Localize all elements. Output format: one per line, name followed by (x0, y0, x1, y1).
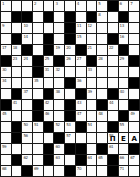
grid-cell[interactable]: 23 (11, 55, 22, 66)
grid-cell[interactable]: 52 (53, 121, 64, 132)
grid-cell[interactable] (0, 11, 11, 22)
clue-number: 20 (66, 45, 70, 50)
clue-number: 3 (55, 1, 57, 6)
blocked-cell (53, 55, 64, 66)
grid-cell[interactable] (43, 22, 54, 33)
clue-number: 45 (2, 111, 6, 116)
crossword-grid: 1234567891011121314151617181920212223242… (0, 0, 140, 177)
grid-cell[interactable] (86, 33, 97, 44)
clue-number: 27 (77, 56, 81, 61)
clue-number: 14 (23, 34, 27, 39)
crossword-board: 1234567891011121314151617181920212223242… (0, 0, 140, 177)
blocked-cell (11, 33, 22, 44)
grid-cell[interactable] (96, 132, 107, 143)
clue-number: 44 (109, 100, 113, 105)
clue-number: 32 (55, 67, 59, 72)
blocked-cell (107, 121, 118, 132)
grid-cell[interactable] (32, 143, 43, 154)
grid-cell[interactable]: 34 (0, 77, 11, 88)
blocked-cell (32, 99, 43, 110)
grid-cell[interactable]: 37 (21, 88, 32, 99)
grid-cell[interactable] (128, 121, 139, 132)
clue-number: 31 (45, 67, 49, 72)
grid-cell[interactable] (64, 66, 75, 77)
clue-number: 30 (2, 67, 6, 72)
grid-cell[interactable] (86, 110, 97, 121)
grid-cell[interactable] (0, 132, 11, 143)
blocked-cell (64, 99, 75, 110)
grid-cell[interactable]: 49 (128, 110, 139, 121)
grid-cell[interactable] (96, 66, 107, 77)
grid-cell[interactable] (118, 66, 129, 77)
grid-cell[interactable] (53, 22, 64, 33)
grid-cell[interactable] (21, 143, 32, 154)
grid-cell[interactable] (96, 165, 107, 176)
clue-number: 65 (98, 155, 102, 160)
grid-cell[interactable]: 6 (118, 0, 129, 11)
blocked-cell (43, 33, 54, 44)
grid-cell[interactable]: 39 (86, 88, 97, 99)
grid-cell[interactable]: 8 (96, 11, 107, 22)
clue-number: 2 (34, 1, 36, 6)
clue-number: 26 (66, 56, 70, 61)
blocked-cell (107, 33, 118, 44)
clue-number: 70 (77, 166, 81, 171)
clue-number: 51 (34, 122, 38, 127)
grid-cell[interactable] (107, 77, 118, 88)
clue-number: 46 (45, 111, 49, 116)
grid-cell[interactable]: 71 (118, 165, 129, 176)
blocked-cell (64, 143, 75, 154)
grid-cell[interactable] (86, 143, 97, 154)
clue-number: 18 (13, 45, 17, 50)
clue-number: 8 (98, 12, 100, 17)
grid-cell[interactable] (128, 22, 139, 33)
blocked-cell (107, 154, 118, 165)
grid-cell[interactable] (53, 110, 64, 121)
grid-cell[interactable] (32, 22, 43, 33)
grid-cell[interactable]: 61 (107, 143, 118, 154)
blocked-cell (43, 88, 54, 99)
grid-cell[interactable] (53, 99, 64, 110)
clue-number: 19 (55, 45, 59, 50)
cell-letter: А (131, 136, 136, 143)
clue-number: 21 (88, 45, 92, 50)
grid-cell[interactable]: 65 (96, 154, 107, 165)
blocked-cell (118, 44, 129, 55)
grid-cell[interactable]: 7 (128, 0, 139, 11)
blocked-cell (96, 143, 107, 154)
clue-number: 7 (130, 1, 132, 6)
clue-number: 28 (98, 56, 102, 61)
grid-cell[interactable] (64, 0, 75, 11)
grid-cell[interactable]: 66 (118, 154, 129, 165)
grid-cell[interactable] (53, 33, 64, 44)
clue-number: 1 (2, 1, 4, 6)
blocked-cell (21, 44, 32, 55)
grid-cell[interactable] (64, 88, 75, 99)
grid-cell[interactable] (75, 132, 86, 143)
grid-cell[interactable] (11, 22, 22, 33)
blocked-cell (64, 22, 75, 33)
clue-number: 58 (109, 133, 113, 138)
grid-cell[interactable] (128, 33, 139, 44)
clue-number: 48 (98, 111, 102, 116)
clue-number: 68 (2, 166, 6, 171)
grid-cell[interactable]: 12 (86, 22, 97, 33)
grid-cell[interactable] (43, 77, 54, 88)
blocked-cell (0, 99, 11, 110)
blocked-cell (43, 154, 54, 165)
grid-cell[interactable]: 4 (75, 0, 86, 11)
grid-cell[interactable]: 43 (75, 99, 86, 110)
clue-number: 53 (66, 122, 70, 127)
grid-cell[interactable]: 25 (43, 55, 54, 66)
grid-cell[interactable] (118, 143, 129, 154)
grid-cell[interactable] (32, 154, 43, 165)
clue-number: 71 (120, 166, 124, 171)
grid-cell[interactable]: 56 (21, 132, 32, 143)
grid-cell[interactable]: 20 (64, 44, 75, 55)
grid-cell[interactable] (43, 0, 54, 11)
grid-cell[interactable]: 18 (11, 44, 22, 55)
grid-cell[interactable] (86, 132, 97, 143)
grid-cell[interactable] (11, 110, 22, 121)
blocked-cell (128, 55, 139, 66)
clue-number: 35 (34, 78, 38, 83)
clue-number: 9 (2, 23, 4, 28)
clue-number: 43 (77, 100, 81, 105)
grid-cell[interactable]: Е (118, 132, 129, 143)
clue-number: 62 (23, 155, 27, 160)
grid-cell[interactable]: 70 (75, 165, 86, 176)
grid-cell[interactable]: 46 (43, 110, 54, 121)
grid-cell[interactable]: 11 (75, 22, 86, 33)
clue-number: 52 (55, 122, 59, 127)
clue-number: 63 (55, 155, 59, 160)
blocked-cell (0, 55, 11, 66)
clue-number: 16 (120, 34, 124, 39)
blocked-cell (11, 154, 22, 165)
blocked-cell (86, 11, 97, 22)
clue-number: 5 (98, 1, 100, 6)
grid-cell[interactable] (11, 66, 22, 77)
clue-number: 11 (77, 23, 81, 28)
clue-number: 15 (77, 34, 81, 39)
grid-cell[interactable] (21, 99, 32, 110)
grid-cell[interactable]: 55 (118, 121, 129, 132)
grid-cell[interactable] (53, 165, 64, 176)
grid-cell[interactable]: 41 (11, 99, 22, 110)
blocked-cell (96, 99, 107, 110)
clue-number: 55 (120, 122, 124, 127)
grid-cell[interactable] (107, 11, 118, 22)
grid-cell[interactable] (32, 132, 43, 143)
grid-cell[interactable]: А (128, 132, 139, 143)
grid-cell[interactable] (118, 99, 129, 110)
grid-cell[interactable] (96, 33, 107, 44)
grid-cell[interactable] (96, 121, 107, 132)
grid-cell[interactable]: 44 (107, 99, 118, 110)
clue-number: 59 (2, 144, 6, 149)
clue-number: 36 (77, 78, 81, 83)
blocked-cell (118, 110, 129, 121)
grid-cell[interactable] (32, 44, 43, 55)
grid-cell[interactable] (128, 66, 139, 77)
grid-cell[interactable] (96, 77, 107, 88)
grid-cell[interactable]: 30 (0, 66, 11, 77)
clue-number: 41 (13, 100, 17, 105)
clue-number: 39 (88, 89, 92, 94)
grid-cell[interactable] (86, 77, 97, 88)
clue-number: 56 (23, 133, 27, 138)
grid-cell[interactable] (96, 44, 107, 55)
grid-cell[interactable]: 47 (75, 110, 86, 121)
grid-cell[interactable] (118, 77, 129, 88)
blocked-cell (21, 165, 32, 176)
blocked-cell (128, 99, 139, 110)
grid-cell[interactable]: 22 (107, 44, 118, 55)
grid-cell[interactable]: 32 (53, 66, 64, 77)
grid-cell[interactable]: 68 (0, 165, 11, 176)
grid-cell[interactable]: 21 (86, 44, 97, 55)
grid-cell[interactable] (11, 0, 22, 11)
clue-number: 60 (55, 144, 59, 149)
grid-cell[interactable]: 58П (107, 132, 118, 143)
grid-cell[interactable]: 17 (0, 44, 11, 55)
clue-number: 38 (55, 89, 59, 94)
grid-cell[interactable] (53, 77, 64, 88)
grid-cell[interactable] (32, 88, 43, 99)
grid-cell[interactable]: 29 (118, 55, 129, 66)
grid-cell[interactable]: 67 (128, 154, 139, 165)
blocked-cell (64, 110, 75, 121)
clue-number: 54 (88, 122, 92, 127)
blocked-cell (107, 165, 118, 176)
grid-cell[interactable] (43, 132, 54, 143)
grid-cell[interactable] (43, 165, 54, 176)
grid-cell[interactable]: 63 (53, 154, 64, 165)
clue-number: 49 (130, 111, 134, 116)
grid-cell[interactable]: 51 (32, 121, 43, 132)
clue-number: 6 (120, 1, 122, 6)
grid-cell[interactable]: 57 (64, 132, 75, 143)
grid-cell[interactable] (107, 22, 118, 33)
blocked-cell (32, 66, 43, 77)
grid-cell[interactable]: 3 (53, 0, 64, 11)
grid-cell[interactable]: 27 (75, 55, 86, 66)
grid-cell[interactable]: 42 (43, 99, 54, 110)
grid-cell[interactable]: 54 (86, 121, 97, 132)
clue-number: 69 (34, 166, 38, 171)
clue-number: 25 (45, 56, 49, 61)
clue-number: 24 (23, 56, 27, 61)
clue-number: 37 (23, 89, 27, 94)
clue-number: 50 (23, 122, 27, 127)
clue-number: 42 (45, 100, 49, 105)
clue-number: 67 (130, 155, 134, 160)
grid-cell[interactable] (96, 88, 107, 99)
grid-cell[interactable] (86, 165, 97, 176)
clue-number: 4 (77, 1, 79, 6)
grid-cell[interactable]: 14 (21, 33, 32, 44)
grid-cell[interactable] (86, 99, 97, 110)
grid-cell[interactable]: 48 (96, 110, 107, 121)
grid-cell[interactable] (0, 88, 11, 99)
clue-number: 12 (88, 23, 92, 28)
blocked-cell (11, 11, 22, 22)
blocked-cell (75, 154, 86, 165)
grid-cell[interactable]: 19 (53, 44, 64, 55)
blocked-cell (43, 143, 54, 154)
grid-cell[interactable]: 69 (32, 165, 43, 176)
grid-cell[interactable]: 16 (118, 33, 129, 44)
blocked-cell (107, 0, 118, 11)
blocked-cell (43, 44, 54, 55)
grid-cell[interactable]: 24 (21, 55, 32, 66)
clue-number: 34 (2, 78, 6, 83)
grid-cell[interactable]: 36 (75, 77, 86, 88)
clue-number: 66 (120, 155, 124, 160)
grid-cell[interactable] (107, 66, 118, 77)
clue-number: 64 (88, 155, 92, 160)
grid-cell[interactable]: 40 (118, 88, 129, 99)
clue-number: 33 (88, 67, 92, 72)
blocked-cell (128, 77, 139, 88)
blocked-cell (75, 143, 86, 154)
blocked-cell (43, 121, 54, 132)
clue-number: 47 (77, 111, 81, 116)
blocked-cell (75, 121, 86, 132)
grid-cell[interactable] (11, 143, 22, 154)
blocked-cell (75, 88, 86, 99)
blocked-cell (128, 143, 139, 154)
grid-cell[interactable]: 1 (0, 0, 11, 11)
grid-cell[interactable]: 38 (53, 88, 64, 99)
grid-cell[interactable]: 35 (32, 77, 43, 88)
grid-cell[interactable]: 31 (43, 66, 54, 77)
grid-cell[interactable] (21, 66, 32, 77)
grid-cell[interactable]: 33 (86, 66, 97, 77)
grid-cell[interactable]: 2 (32, 0, 43, 11)
grid-cell[interactable]: 10 (21, 22, 32, 33)
blocked-cell (64, 33, 75, 44)
blocked-cell (53, 132, 64, 143)
grid-cell[interactable] (21, 0, 32, 11)
grid-cell[interactable] (75, 66, 86, 77)
cell-letter: Е (121, 136, 126, 143)
blocked-cell (64, 11, 75, 22)
grid-cell[interactable]: 50 (21, 121, 32, 132)
grid-cell[interactable] (11, 77, 22, 88)
grid-cell[interactable]: 5 (96, 0, 107, 11)
grid-cell[interactable] (107, 110, 118, 121)
grid-cell[interactable] (128, 44, 139, 55)
clue-number: 29 (120, 56, 124, 61)
grid-cell[interactable]: 26 (64, 55, 75, 66)
grid-cell[interactable] (86, 0, 97, 11)
clue-number: 57 (66, 133, 70, 138)
grid-cell[interactable] (11, 165, 22, 176)
blocked-cell (75, 44, 86, 55)
grid-cell[interactable] (21, 77, 32, 88)
blocked-cell (107, 88, 118, 99)
clue-number: 22 (109, 45, 113, 50)
grid-cell[interactable] (53, 11, 64, 22)
blocked-cell (64, 165, 75, 176)
grid-cell[interactable]: 64 (86, 154, 97, 165)
grid-cell[interactable] (32, 33, 43, 44)
blocked-cell (43, 11, 54, 22)
clue-number: 61 (109, 144, 113, 149)
grid-cell[interactable]: 13 (118, 22, 129, 33)
grid-cell[interactable] (107, 55, 118, 66)
grid-cell[interactable]: 45 (0, 110, 11, 121)
clue-number: 17 (2, 45, 6, 50)
blocked-cell (118, 11, 129, 22)
grid-cell[interactable] (0, 33, 11, 44)
grid-cell[interactable] (128, 88, 139, 99)
grid-cell[interactable]: 15 (75, 33, 86, 44)
clue-number: 40 (120, 89, 124, 94)
blocked-cell (86, 55, 97, 66)
grid-cell[interactable]: 9 (0, 22, 11, 33)
clue-number: 13 (120, 23, 124, 28)
grid-cell[interactable]: 28 (96, 55, 107, 66)
grid-cell[interactable] (128, 11, 139, 22)
blocked-cell (11, 121, 22, 132)
blocked-cell (11, 132, 22, 143)
grid-cell[interactable] (96, 22, 107, 33)
grid-cell[interactable] (64, 154, 75, 165)
clue-number: 23 (13, 56, 17, 61)
grid-cell[interactable] (75, 11, 86, 22)
grid-cell[interactable] (128, 165, 139, 176)
blocked-cell (32, 110, 43, 121)
grid-cell[interactable] (0, 154, 11, 165)
grid-cell[interactable] (21, 110, 32, 121)
blocked-cell (21, 11, 32, 22)
blocked-cell (32, 55, 43, 66)
grid-cell[interactable] (32, 11, 43, 22)
grid-cell[interactable]: 62 (21, 154, 32, 165)
clue-number: 10 (23, 23, 27, 28)
grid-cell[interactable] (0, 121, 11, 132)
blocked-cell (64, 77, 75, 88)
grid-cell[interactable]: 59 (0, 143, 11, 154)
grid-cell[interactable]: 60 (53, 143, 64, 154)
grid-cell[interactable]: 53 (64, 121, 75, 132)
blocked-cell (11, 88, 22, 99)
